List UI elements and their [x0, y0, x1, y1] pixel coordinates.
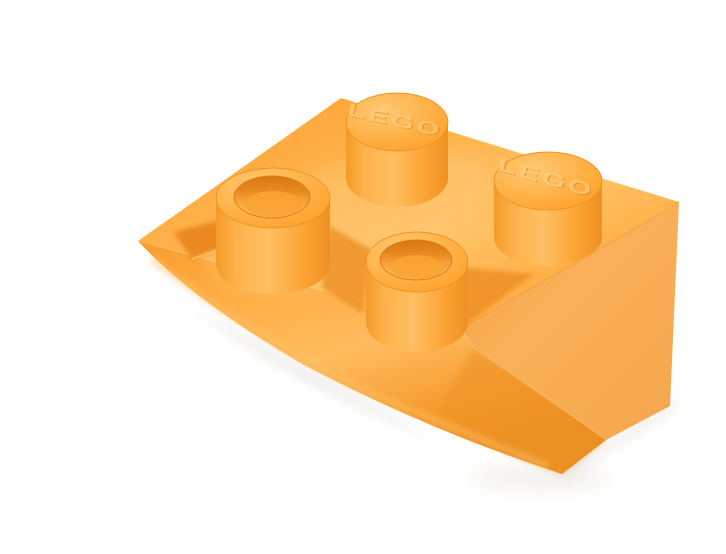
hollow-stud-hole-floor [390, 255, 444, 279]
solid-stud-rear-right: LEGO LEGO [494, 152, 602, 266]
hollow-stud-hole-floor [244, 191, 302, 217]
hollow-stud-front-left [216, 168, 330, 294]
lego-brick: LEGO LEGO LEGO LEGO [40, 16, 726, 554]
cast-shadow-tip [470, 468, 610, 488]
lego-brick-photo: LEGO LEGO LEGO LEGO [40, 16, 726, 554]
solid-stud-rear-left: LEGO LEGO [346, 93, 448, 207]
hollow-stud-front-right [366, 232, 468, 352]
